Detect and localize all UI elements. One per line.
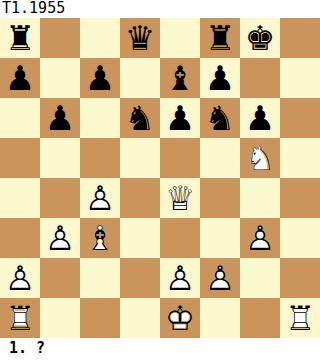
black-knight: ♞ bbox=[120, 98, 160, 138]
white-rook: ♜♖ bbox=[0, 298, 40, 338]
white-pawn: ♟♙ bbox=[160, 258, 200, 298]
black-bishop: ♝ bbox=[160, 58, 200, 98]
white-knight: ♞♘ bbox=[240, 138, 280, 178]
square-f2[interactable]: ♟♙ bbox=[200, 258, 240, 298]
square-f4[interactable] bbox=[200, 178, 240, 218]
square-c4[interactable]: ♟♙ bbox=[80, 178, 120, 218]
square-b7[interactable] bbox=[40, 58, 80, 98]
black-pawn: ♟ bbox=[0, 58, 40, 98]
square-h6[interactable] bbox=[280, 98, 320, 138]
piece-outline: ♔ bbox=[160, 298, 200, 338]
square-e8[interactable] bbox=[160, 18, 200, 58]
white-pawn: ♟♙ bbox=[80, 178, 120, 218]
square-h2[interactable] bbox=[280, 258, 320, 298]
square-g3[interactable]: ♟♙ bbox=[240, 218, 280, 258]
puzzle-title: T1.1955 bbox=[0, 0, 320, 18]
black-pawn: ♟ bbox=[40, 98, 80, 138]
square-e4[interactable]: ♛♕ bbox=[160, 178, 200, 218]
white-bishop: ♝♗ bbox=[80, 218, 120, 258]
black-king: ♚ bbox=[240, 18, 280, 58]
square-f6[interactable]: ♞ bbox=[200, 98, 240, 138]
square-d7[interactable] bbox=[120, 58, 160, 98]
piece-outline: ♖ bbox=[280, 298, 320, 338]
square-h5[interactable] bbox=[280, 138, 320, 178]
piece-outline: ♙ bbox=[200, 258, 240, 298]
chess-board: ♜♛♜♚♟♟♝♟♟♞♟♞♟♞♘♟♙♛♕♟♙♝♗♟♙♟♙♟♙♟♙♜♖♚♔♜♖ bbox=[0, 18, 320, 338]
square-b1[interactable] bbox=[40, 298, 80, 338]
square-e5[interactable] bbox=[160, 138, 200, 178]
square-a3[interactable] bbox=[0, 218, 40, 258]
white-queen: ♛♕ bbox=[160, 178, 200, 218]
black-pawn: ♟ bbox=[200, 58, 240, 98]
piece-outline: ♕ bbox=[160, 178, 200, 218]
piece-outline: ♙ bbox=[240, 218, 280, 258]
white-king: ♚♔ bbox=[160, 298, 200, 338]
black-queen: ♛ bbox=[120, 18, 160, 58]
piece-outline: ♙ bbox=[40, 218, 80, 258]
black-knight: ♞ bbox=[200, 98, 240, 138]
white-pawn: ♟♙ bbox=[200, 258, 240, 298]
square-a4[interactable] bbox=[0, 178, 40, 218]
square-g5[interactable]: ♞♘ bbox=[240, 138, 280, 178]
square-c5[interactable] bbox=[80, 138, 120, 178]
square-d2[interactable] bbox=[120, 258, 160, 298]
square-c1[interactable] bbox=[80, 298, 120, 338]
square-a1[interactable]: ♜♖ bbox=[0, 298, 40, 338]
square-f7[interactable]: ♟ bbox=[200, 58, 240, 98]
square-h4[interactable] bbox=[280, 178, 320, 218]
square-g2[interactable] bbox=[240, 258, 280, 298]
square-d8[interactable]: ♛ bbox=[120, 18, 160, 58]
piece-outline: ♙ bbox=[80, 178, 120, 218]
black-pawn: ♟ bbox=[240, 98, 280, 138]
square-d3[interactable] bbox=[120, 218, 160, 258]
black-pawn: ♟ bbox=[160, 98, 200, 138]
square-c6[interactable] bbox=[80, 98, 120, 138]
square-h7[interactable] bbox=[280, 58, 320, 98]
square-e6[interactable]: ♟ bbox=[160, 98, 200, 138]
square-f5[interactable] bbox=[200, 138, 240, 178]
white-pawn: ♟♙ bbox=[0, 258, 40, 298]
piece-outline: ♙ bbox=[160, 258, 200, 298]
move-prompt: 1. ? bbox=[0, 338, 320, 360]
square-b5[interactable] bbox=[40, 138, 80, 178]
square-h3[interactable] bbox=[280, 218, 320, 258]
square-b2[interactable] bbox=[40, 258, 80, 298]
square-f1[interactable] bbox=[200, 298, 240, 338]
square-a5[interactable] bbox=[0, 138, 40, 178]
piece-outline: ♗ bbox=[80, 218, 120, 258]
square-h1[interactable]: ♜♖ bbox=[280, 298, 320, 338]
square-f8[interactable]: ♜ bbox=[200, 18, 240, 58]
square-d6[interactable]: ♞ bbox=[120, 98, 160, 138]
square-g6[interactable]: ♟ bbox=[240, 98, 280, 138]
white-rook: ♜♖ bbox=[280, 298, 320, 338]
square-b8[interactable] bbox=[40, 18, 80, 58]
square-g1[interactable] bbox=[240, 298, 280, 338]
white-pawn: ♟♙ bbox=[40, 218, 80, 258]
square-e3[interactable] bbox=[160, 218, 200, 258]
square-f3[interactable] bbox=[200, 218, 240, 258]
piece-outline: ♘ bbox=[240, 138, 280, 178]
square-c7[interactable]: ♟ bbox=[80, 58, 120, 98]
square-d5[interactable] bbox=[120, 138, 160, 178]
square-c2[interactable] bbox=[80, 258, 120, 298]
square-b6[interactable]: ♟ bbox=[40, 98, 80, 138]
piece-outline: ♙ bbox=[0, 258, 40, 298]
square-b3[interactable]: ♟♙ bbox=[40, 218, 80, 258]
square-g7[interactable] bbox=[240, 58, 280, 98]
black-rook: ♜ bbox=[200, 18, 240, 58]
square-e2[interactable]: ♟♙ bbox=[160, 258, 200, 298]
square-d1[interactable] bbox=[120, 298, 160, 338]
square-a8[interactable]: ♜ bbox=[0, 18, 40, 58]
square-a6[interactable] bbox=[0, 98, 40, 138]
square-a7[interactable]: ♟ bbox=[0, 58, 40, 98]
white-pawn: ♟♙ bbox=[240, 218, 280, 258]
square-g4[interactable] bbox=[240, 178, 280, 218]
black-rook: ♜ bbox=[0, 18, 40, 58]
square-g8[interactable]: ♚ bbox=[240, 18, 280, 58]
square-b4[interactable] bbox=[40, 178, 80, 218]
square-e7[interactable]: ♝ bbox=[160, 58, 200, 98]
square-h8[interactable] bbox=[280, 18, 320, 58]
square-e1[interactable]: ♚♔ bbox=[160, 298, 200, 338]
black-pawn: ♟ bbox=[80, 58, 120, 98]
square-a2[interactable]: ♟♙ bbox=[0, 258, 40, 298]
piece-outline: ♖ bbox=[0, 298, 40, 338]
square-d4[interactable] bbox=[120, 178, 160, 218]
square-c8[interactable] bbox=[80, 18, 120, 58]
square-c3[interactable]: ♝♗ bbox=[80, 218, 120, 258]
